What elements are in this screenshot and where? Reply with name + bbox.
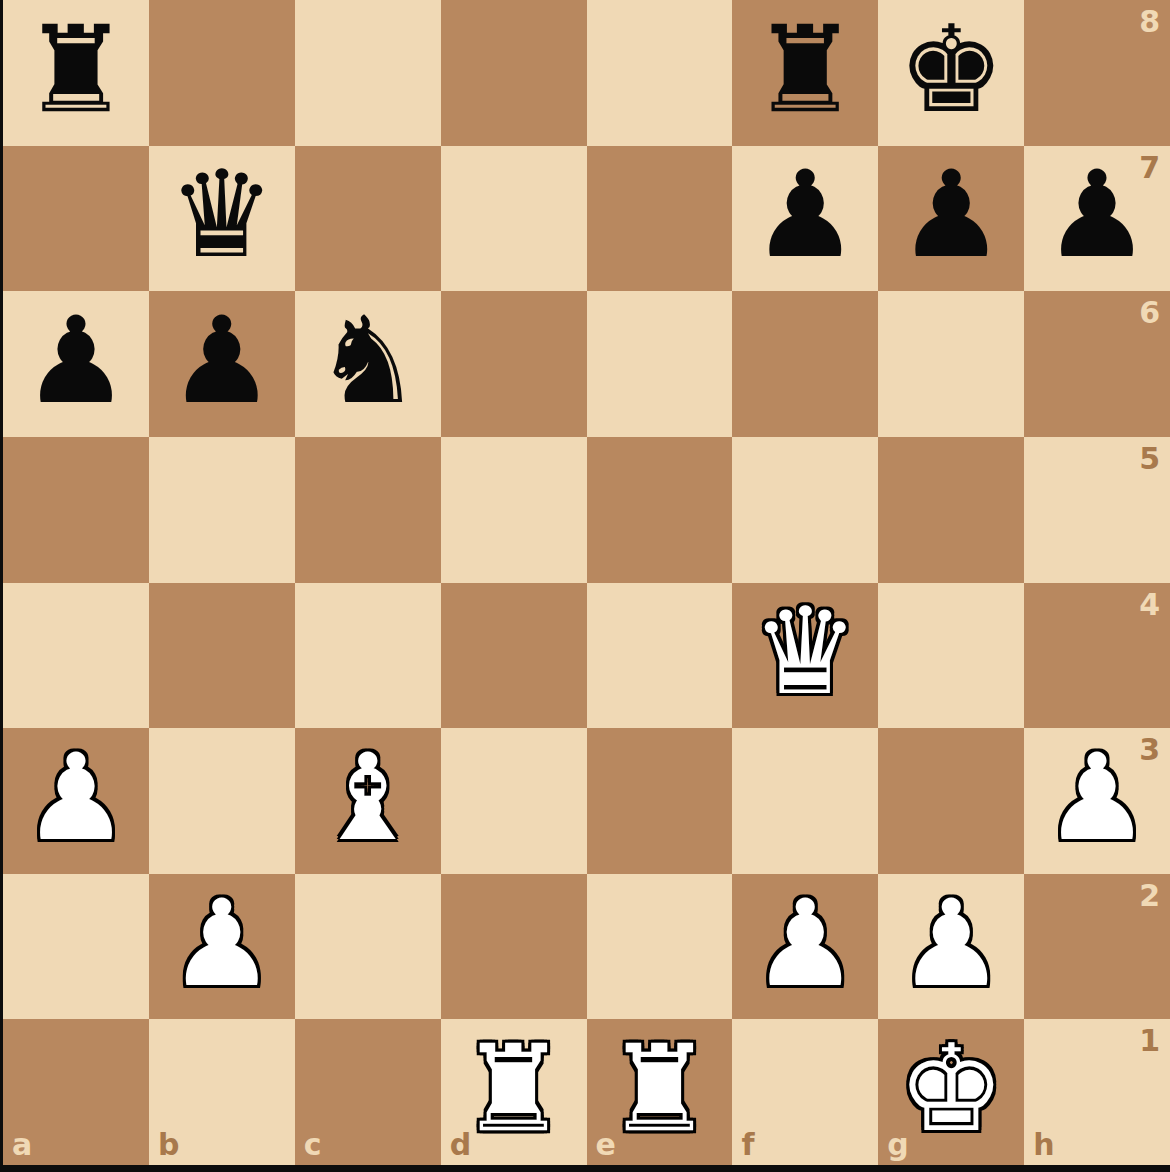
square-b5[interactable] bbox=[149, 437, 295, 583]
rank-label-5: 5 bbox=[1139, 444, 1160, 474]
black-queen[interactable]: ♛ bbox=[168, 155, 276, 275]
square-d2[interactable] bbox=[441, 874, 587, 1020]
square-f4[interactable]: ♛ bbox=[732, 583, 878, 729]
square-c4[interactable] bbox=[295, 583, 441, 729]
white-pawn[interactable]: ♟ bbox=[752, 884, 860, 1004]
square-g5[interactable] bbox=[878, 437, 1024, 583]
black-rook[interactable]: ♜ bbox=[22, 10, 130, 130]
square-c3[interactable]: ♝ bbox=[295, 728, 441, 874]
square-a5[interactable] bbox=[3, 437, 149, 583]
square-b3[interactable] bbox=[149, 728, 295, 874]
white-rook[interactable]: ♜ bbox=[606, 1029, 714, 1149]
file-label-e: e bbox=[596, 1130, 616, 1160]
square-g8[interactable]: ♚ bbox=[878, 0, 1024, 146]
square-c8[interactable] bbox=[295, 0, 441, 146]
square-b7[interactable]: ♛ bbox=[149, 146, 295, 292]
square-g3[interactable] bbox=[878, 728, 1024, 874]
square-b4[interactable] bbox=[149, 583, 295, 729]
square-f3[interactable] bbox=[732, 728, 878, 874]
rank-label-1: 1 bbox=[1139, 1026, 1160, 1056]
square-f6[interactable] bbox=[732, 291, 878, 437]
black-rook[interactable]: ♜ bbox=[752, 10, 860, 130]
square-c6[interactable]: ♞ bbox=[295, 291, 441, 437]
square-g7[interactable]: ♟ bbox=[878, 146, 1024, 292]
white-rook[interactable]: ♜ bbox=[460, 1029, 568, 1149]
square-c2[interactable] bbox=[295, 874, 441, 1020]
file-label-d: d bbox=[450, 1130, 471, 1160]
black-pawn[interactable]: ♟ bbox=[1043, 155, 1151, 275]
rank-label-6: 6 bbox=[1139, 298, 1160, 328]
file-label-g: g bbox=[887, 1130, 908, 1160]
rank-label-8: 8 bbox=[1139, 7, 1160, 37]
square-d1[interactable]: ♜d bbox=[441, 1019, 587, 1165]
square-h6[interactable]: 6 bbox=[1024, 291, 1170, 437]
file-label-f: f bbox=[741, 1130, 754, 1160]
square-h2[interactable]: 2 bbox=[1024, 874, 1170, 1020]
square-d7[interactable] bbox=[441, 146, 587, 292]
square-e8[interactable] bbox=[587, 0, 733, 146]
square-d8[interactable] bbox=[441, 0, 587, 146]
square-g6[interactable] bbox=[878, 291, 1024, 437]
rank-label-3: 3 bbox=[1139, 735, 1160, 765]
square-h5[interactable]: 5 bbox=[1024, 437, 1170, 583]
square-a3[interactable]: ♟ bbox=[3, 728, 149, 874]
white-pawn[interactable]: ♟ bbox=[168, 884, 276, 1004]
square-e3[interactable] bbox=[587, 728, 733, 874]
square-b8[interactable] bbox=[149, 0, 295, 146]
white-king[interactable]: ♚ bbox=[897, 1029, 1005, 1149]
black-pawn[interactable]: ♟ bbox=[897, 155, 1005, 275]
square-g2[interactable]: ♟ bbox=[878, 874, 1024, 1020]
square-a8[interactable]: ♜ bbox=[3, 0, 149, 146]
square-f1[interactable]: f bbox=[732, 1019, 878, 1165]
square-h3[interactable]: ♟3 bbox=[1024, 728, 1170, 874]
file-label-h: h bbox=[1033, 1130, 1054, 1160]
square-e1[interactable]: ♜e bbox=[587, 1019, 733, 1165]
square-g1[interactable]: ♚g bbox=[878, 1019, 1024, 1165]
square-f2[interactable]: ♟ bbox=[732, 874, 878, 1020]
square-e5[interactable] bbox=[587, 437, 733, 583]
square-b6[interactable]: ♟ bbox=[149, 291, 295, 437]
square-d3[interactable] bbox=[441, 728, 587, 874]
square-e6[interactable] bbox=[587, 291, 733, 437]
square-d6[interactable] bbox=[441, 291, 587, 437]
square-f5[interactable] bbox=[732, 437, 878, 583]
square-d4[interactable] bbox=[441, 583, 587, 729]
square-c1[interactable]: c bbox=[295, 1019, 441, 1165]
white-pawn[interactable]: ♟ bbox=[22, 738, 130, 858]
square-d5[interactable] bbox=[441, 437, 587, 583]
square-f8[interactable]: ♜ bbox=[732, 0, 878, 146]
square-a4[interactable] bbox=[3, 583, 149, 729]
black-knight[interactable]: ♞ bbox=[314, 301, 422, 421]
square-h8[interactable]: 8 bbox=[1024, 0, 1170, 146]
black-king[interactable]: ♚ bbox=[897, 10, 1005, 130]
square-h7[interactable]: ♟7 bbox=[1024, 146, 1170, 292]
rank-label-4: 4 bbox=[1139, 590, 1160, 620]
file-label-a: a bbox=[12, 1130, 32, 1160]
square-b2[interactable]: ♟ bbox=[149, 874, 295, 1020]
white-pawn[interactable]: ♟ bbox=[1043, 738, 1151, 858]
square-a7[interactable] bbox=[3, 146, 149, 292]
square-e2[interactable] bbox=[587, 874, 733, 1020]
rank-label-7: 7 bbox=[1139, 153, 1160, 183]
page-background: ♜♜♚8♛♟♟♟7♟♟♞65♛4♟♝♟3♟♟♟2abc♜d♜ef♚gh1 bbox=[0, 0, 1170, 1172]
square-c7[interactable] bbox=[295, 146, 441, 292]
square-b1[interactable]: b bbox=[149, 1019, 295, 1165]
square-g4[interactable] bbox=[878, 583, 1024, 729]
file-label-b: b bbox=[158, 1130, 179, 1160]
black-pawn[interactable]: ♟ bbox=[22, 301, 130, 421]
square-e4[interactable] bbox=[587, 583, 733, 729]
white-pawn[interactable]: ♟ bbox=[897, 884, 1005, 1004]
square-h1[interactable]: h1 bbox=[1024, 1019, 1170, 1165]
white-bishop[interactable]: ♝ bbox=[314, 738, 422, 858]
square-e7[interactable] bbox=[587, 146, 733, 292]
white-queen[interactable]: ♛ bbox=[752, 592, 860, 712]
rank-label-2: 2 bbox=[1139, 881, 1160, 911]
file-label-c: c bbox=[304, 1130, 322, 1160]
black-pawn[interactable]: ♟ bbox=[752, 155, 860, 275]
chess-board: ♜♜♚8♛♟♟♟7♟♟♞65♛4♟♝♟3♟♟♟2abc♜d♜ef♚gh1 bbox=[3, 0, 1170, 1165]
square-c5[interactable] bbox=[295, 437, 441, 583]
square-f7[interactable]: ♟ bbox=[732, 146, 878, 292]
square-h4[interactable]: 4 bbox=[1024, 583, 1170, 729]
black-pawn[interactable]: ♟ bbox=[168, 301, 276, 421]
square-a2[interactable] bbox=[3, 874, 149, 1020]
square-a6[interactable]: ♟ bbox=[3, 291, 149, 437]
square-a1[interactable]: a bbox=[3, 1019, 149, 1165]
